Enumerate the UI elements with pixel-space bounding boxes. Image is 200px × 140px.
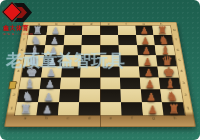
piece-copper-rook: ♜ xyxy=(168,103,180,116)
logo-text: 鑫大体育 xyxy=(3,24,33,31)
file-label: e xyxy=(100,23,117,26)
piece-silver-bishop: ♝ xyxy=(24,78,35,90)
piece-silver-pawn: ♟ xyxy=(42,105,52,116)
file-label: h xyxy=(164,116,186,120)
piece-copper-pawn: ♟ xyxy=(147,92,156,102)
board-square: ♟ xyxy=(46,26,65,35)
board-square xyxy=(120,78,141,90)
watermark-text: 老顽童益智玩具 xyxy=(6,49,196,72)
board-square: ♞ xyxy=(161,89,183,102)
board-square xyxy=(100,102,121,115)
piece-copper-knight: ♞ xyxy=(167,90,178,102)
file-label: f xyxy=(121,116,143,120)
board-square xyxy=(80,78,100,90)
board-square: ♝ xyxy=(19,78,41,90)
piece-silver-pawn: ♟ xyxy=(51,27,59,36)
board-square: ♟ xyxy=(139,78,160,90)
board-square: ♟ xyxy=(135,26,154,35)
board-square: ♜ xyxy=(162,102,185,115)
board-square xyxy=(63,35,82,45)
board-square xyxy=(118,26,136,35)
board-square: ♟ xyxy=(140,89,162,102)
piece-copper-pawn: ♟ xyxy=(141,27,149,36)
board-square xyxy=(64,26,82,35)
chess-set-photo: abcdefgh abcdefgh 87654321 87654321 ♜♟♟♜… xyxy=(0,0,200,140)
piece-copper-pawn: ♟ xyxy=(142,36,150,45)
board-square: ♟ xyxy=(39,78,60,90)
piece-copper-pawn: ♟ xyxy=(148,105,158,116)
piece-silver-rook: ♜ xyxy=(20,103,32,116)
file-label: c xyxy=(57,116,79,120)
board-clasp xyxy=(8,81,17,89)
rank-label: 7 xyxy=(173,35,179,45)
board-square xyxy=(79,102,100,115)
board-square xyxy=(118,35,137,45)
board-square: ♟ xyxy=(136,35,155,45)
board-square xyxy=(120,89,141,102)
board-square xyxy=(100,78,120,90)
piece-copper-pawn: ♟ xyxy=(146,80,155,90)
file-label: d xyxy=(83,23,100,26)
logo-subtext: ·w·w·w-·-·-·c·o·m xyxy=(2,32,36,36)
piece-silver-pawn: ♟ xyxy=(44,92,53,102)
board-square: ♟ xyxy=(36,102,58,115)
rank-label: 3 xyxy=(181,78,188,90)
board-square: ♟ xyxy=(141,102,163,115)
file-label: c xyxy=(65,23,83,26)
board-square xyxy=(100,35,118,45)
board-square: ♜ xyxy=(15,102,38,115)
board-square: ♞ xyxy=(17,89,39,102)
board-square xyxy=(100,89,121,102)
rank-label: 2 xyxy=(183,89,190,102)
file-label: d xyxy=(79,116,100,120)
board-square xyxy=(57,102,79,115)
piece-silver-knight: ♞ xyxy=(22,90,33,102)
rank-label: 8 xyxy=(172,26,178,35)
board-square xyxy=(60,78,81,90)
rank-label: 1 xyxy=(185,102,192,115)
file-label: f xyxy=(117,23,135,26)
board-square xyxy=(59,89,80,102)
board-square: ♟ xyxy=(38,89,60,102)
file-label: b xyxy=(36,116,58,120)
seller-logo: 鑫大体育 ·w·w·w-·-·-·c·o·m xyxy=(2,2,34,38)
board-square xyxy=(100,26,118,35)
file-label: e xyxy=(100,116,121,120)
board-square xyxy=(79,89,100,102)
piece-silver-pawn: ♟ xyxy=(50,36,58,45)
piece-copper-bishop: ♝ xyxy=(165,78,176,90)
piece-silver-pawn: ♟ xyxy=(45,80,54,90)
file-label: g xyxy=(143,116,165,120)
board-square xyxy=(82,35,100,45)
board-square xyxy=(82,26,100,35)
board-square: ♝ xyxy=(159,78,181,90)
board-square xyxy=(121,102,143,115)
board-square: ♟ xyxy=(45,35,64,45)
file-label: a xyxy=(14,116,36,120)
